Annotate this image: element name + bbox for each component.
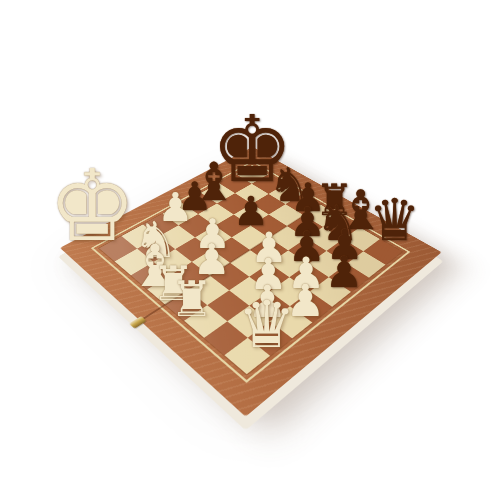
product-photo-scene: ♚♞♟♜♝♛♟♞♟♝♟♟♟♟♟♟♟♟♟♟♟♟♞♛♚♝♜♜: [0, 0, 500, 500]
piece-black-queen-g8[interactable]: ♛: [369, 192, 421, 250]
piece-black-pawn-h6[interactable]: ♟: [325, 250, 364, 293]
piece-white-king-a1[interactable]: ♚: [48, 158, 136, 256]
piece-white-queen-h2[interactable]: ♛: [237, 293, 295, 358]
piece-white-rook-e1[interactable]: ♜: [170, 275, 214, 324]
